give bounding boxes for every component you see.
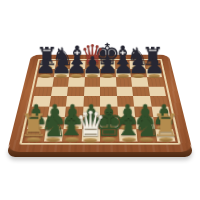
square-h6	[147, 77, 164, 86]
white-rook: ♜	[152, 111, 180, 140]
square-f6	[116, 77, 132, 86]
square-c6	[68, 77, 84, 86]
square-a6	[36, 77, 53, 86]
square-a5	[34, 86, 52, 96]
square-c5	[67, 86, 84, 96]
chess-set-photo: ♜♞♝♛♚♝♞♜♟♟♟♟♟♟♟♟♟♟♟♟♟♟♟♟♜♞♝♛♚♝♞♜	[0, 0, 200, 200]
square-d1: ♛	[81, 129, 100, 142]
square-b6	[52, 77, 69, 86]
square-g6	[131, 77, 148, 86]
square-h7: ♟	[145, 69, 162, 78]
square-f5	[116, 86, 133, 96]
chess-board: ♜♞♝♛♚♝♞♜♟♟♟♟♟♟♟♟♟♟♟♟♟♟♟♟♜♞♝♛♚♝♞♜	[7, 55, 193, 152]
square-h1: ♜	[155, 129, 176, 142]
square-d5	[84, 86, 101, 96]
black-pawn: ♟	[144, 54, 165, 76]
board-grid: ♜♞♝♛♚♝♞♜♟♟♟♟♟♟♟♟♟♟♟♟♟♟♟♟♜♞♝♛♚♝♞♜	[25, 61, 176, 142]
square-b1: ♞	[43, 129, 63, 142]
square-d6	[84, 77, 100, 86]
white-queen: ♛	[75, 108, 106, 141]
square-e5	[100, 86, 117, 96]
square-e6	[100, 77, 116, 86]
square-g5	[132, 86, 150, 96]
square-h5	[148, 86, 166, 96]
white-knight: ♞	[39, 111, 67, 140]
square-b5	[51, 86, 69, 96]
